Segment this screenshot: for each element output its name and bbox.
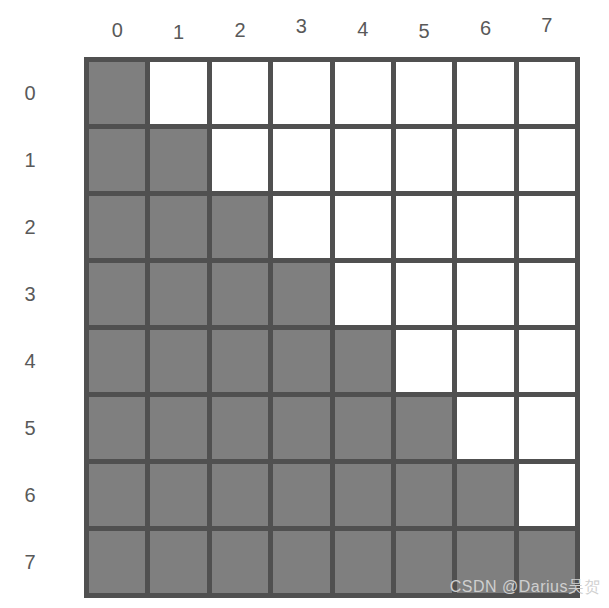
column-label-5: 5 xyxy=(396,20,452,43)
column-label-2: 2 xyxy=(212,19,268,42)
cell-r7c4 xyxy=(335,531,391,593)
cell-r7c5 xyxy=(396,531,452,593)
row-label-7: 7 xyxy=(0,551,84,574)
cell-r1c3 xyxy=(273,129,329,191)
cell-r3c0 xyxy=(89,263,145,325)
cell-r3c5 xyxy=(396,263,452,325)
cell-r2c4 xyxy=(335,196,391,258)
row-label-0: 0 xyxy=(0,82,84,105)
cell-r4c0 xyxy=(89,330,145,392)
cell-r5c5 xyxy=(396,397,452,459)
cell-r7c0 xyxy=(89,531,145,593)
cell-r0c7 xyxy=(519,62,575,124)
cell-r3c3 xyxy=(273,263,329,325)
cell-r3c7 xyxy=(519,263,575,325)
cell-r4c2 xyxy=(212,330,268,392)
cell-r6c6 xyxy=(457,464,513,526)
cell-r4c3 xyxy=(273,330,329,392)
cell-r3c1 xyxy=(150,263,206,325)
cell-r2c7 xyxy=(519,196,575,258)
cell-r2c6 xyxy=(457,196,513,258)
cell-r2c3 xyxy=(273,196,329,258)
cell-r3c4 xyxy=(335,263,391,325)
column-label-3: 3 xyxy=(273,15,329,38)
grid-board xyxy=(84,57,580,598)
column-label-4: 4 xyxy=(335,18,391,41)
row-label-6: 6 xyxy=(0,484,84,507)
cell-r6c0 xyxy=(89,464,145,526)
cell-r7c3 xyxy=(273,531,329,593)
cell-r5c7 xyxy=(519,397,575,459)
row-label-5: 5 xyxy=(0,417,84,440)
cell-r1c2 xyxy=(212,129,268,191)
row-label-4: 4 xyxy=(0,350,84,373)
cell-r6c3 xyxy=(273,464,329,526)
cell-r5c1 xyxy=(150,397,206,459)
cell-r0c3 xyxy=(273,62,329,124)
cell-r7c1 xyxy=(150,531,206,593)
cell-r1c1 xyxy=(150,129,206,191)
cell-r1c5 xyxy=(396,129,452,191)
cell-r6c2 xyxy=(212,464,268,526)
cell-r5c3 xyxy=(273,397,329,459)
cell-r6c1 xyxy=(150,464,206,526)
column-label-1: 1 xyxy=(150,21,206,44)
column-label-0: 0 xyxy=(89,19,145,42)
cell-r0c5 xyxy=(396,62,452,124)
cell-r4c4 xyxy=(335,330,391,392)
cell-r4c7 xyxy=(519,330,575,392)
cell-r5c6 xyxy=(457,397,513,459)
column-label-7: 7 xyxy=(519,14,575,37)
watermark: CSDN @Darius吴贺 xyxy=(450,577,601,598)
cell-r5c2 xyxy=(212,397,268,459)
cell-r6c5 xyxy=(396,464,452,526)
row-label-1: 1 xyxy=(0,149,84,172)
cell-r3c2 xyxy=(212,263,268,325)
cell-r3c6 xyxy=(457,263,513,325)
cell-r5c4 xyxy=(335,397,391,459)
cell-r1c4 xyxy=(335,129,391,191)
cell-r1c6 xyxy=(457,129,513,191)
cell-r0c1 xyxy=(150,62,206,124)
cell-r6c4 xyxy=(335,464,391,526)
page-root: 01234567 01234567 CSDN @Darius吴贺 xyxy=(0,0,609,608)
cell-r5c0 xyxy=(89,397,145,459)
cell-r2c2 xyxy=(212,196,268,258)
row-label-3: 3 xyxy=(0,283,84,306)
cell-r1c7 xyxy=(519,129,575,191)
cell-r7c2 xyxy=(212,531,268,593)
cell-r6c7 xyxy=(519,464,575,526)
column-label-6: 6 xyxy=(457,17,513,40)
cell-r2c0 xyxy=(89,196,145,258)
cell-r2c5 xyxy=(396,196,452,258)
column-labels: 01234567 xyxy=(84,0,580,57)
row-label-2: 2 xyxy=(0,216,84,239)
cell-r0c2 xyxy=(212,62,268,124)
cell-r4c1 xyxy=(150,330,206,392)
cell-r0c4 xyxy=(335,62,391,124)
cell-r1c0 xyxy=(89,129,145,191)
cell-r4c6 xyxy=(457,330,513,392)
row-labels: 01234567 xyxy=(0,57,84,598)
cell-r0c0 xyxy=(89,62,145,124)
cell-r4c5 xyxy=(396,330,452,392)
cell-r0c6 xyxy=(457,62,513,124)
cell-r2c1 xyxy=(150,196,206,258)
